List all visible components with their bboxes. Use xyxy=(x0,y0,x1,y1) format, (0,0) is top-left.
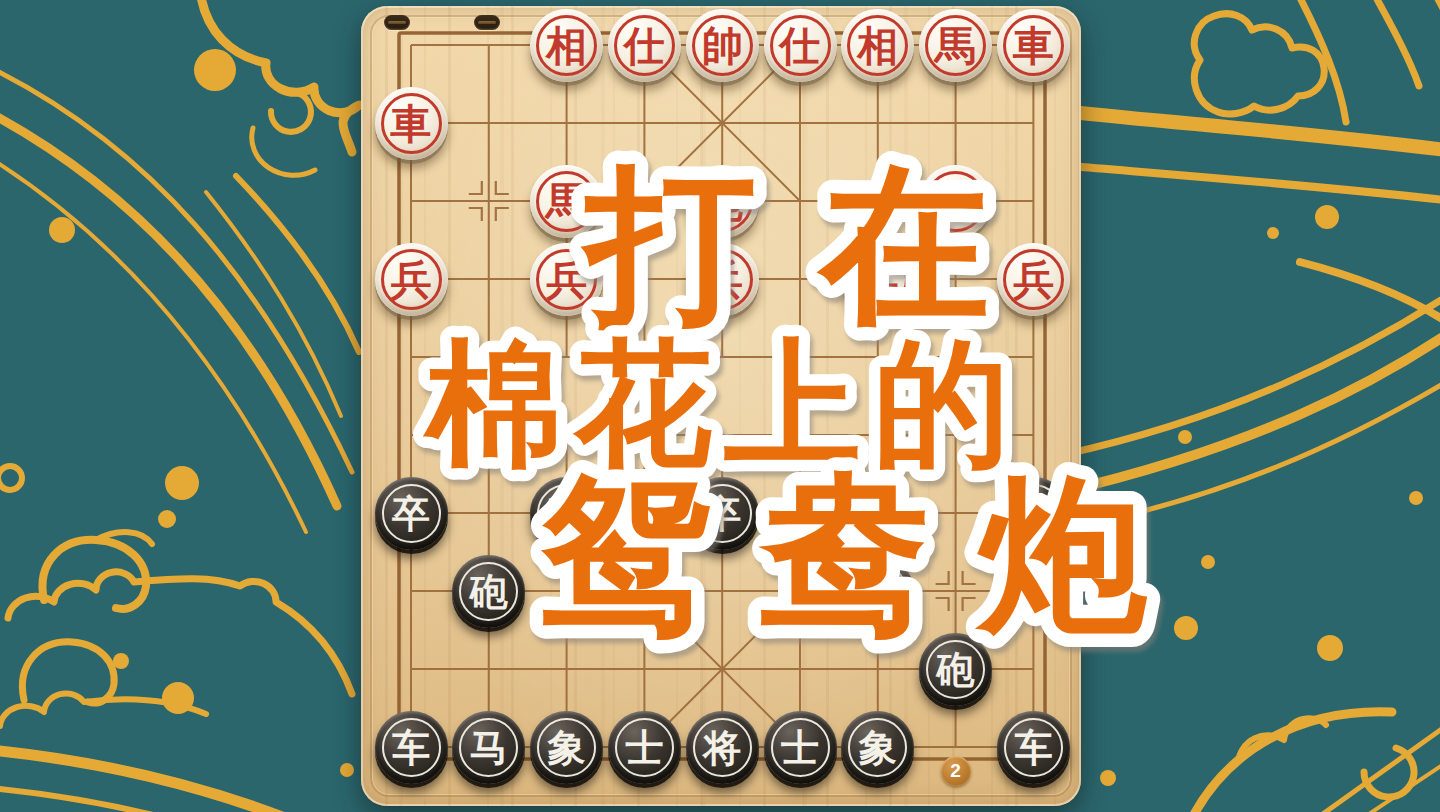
piece-red-elephant[interactable]: 相 xyxy=(530,9,603,82)
piece-character: 兵 xyxy=(391,260,432,301)
piece-character: 卒 xyxy=(1014,495,1052,533)
piece-character: 炮 xyxy=(935,182,976,223)
piece-character: 士 xyxy=(781,729,819,767)
piece-red-horse[interactable]: 馬 xyxy=(919,9,992,82)
last-move-marker: 2 xyxy=(941,756,971,786)
piece-black-horse[interactable]: 马 xyxy=(452,711,525,784)
piece-character: 车 xyxy=(1014,729,1052,767)
piece-black-advisor[interactable]: 士 xyxy=(764,711,837,784)
piece-character: 马 xyxy=(859,573,897,611)
piece-black-elephant[interactable]: 象 xyxy=(530,711,603,784)
piece-red-advisor[interactable]: 仕 xyxy=(608,9,681,82)
piece-character: 将 xyxy=(703,729,741,767)
screw-icon xyxy=(384,15,410,30)
piece-character: 士 xyxy=(625,729,663,767)
piece-character: 兵 xyxy=(702,260,743,301)
piece-black-advisor[interactable]: 士 xyxy=(608,711,681,784)
piece-red-soldier[interactable]: 兵 xyxy=(997,243,1070,316)
piece-red-general[interactable]: 帥 xyxy=(686,9,759,82)
piece-red-advisor[interactable]: 仕 xyxy=(764,9,837,82)
piece-black-soldier[interactable]: 卒 xyxy=(997,477,1070,550)
piece-black-general[interactable]: 将 xyxy=(686,711,759,784)
piece-character: 卒 xyxy=(859,495,897,533)
piece-character: 仕 xyxy=(624,26,665,67)
piece-character: 砲 xyxy=(937,651,975,689)
piece-character: 砲 xyxy=(470,573,508,611)
piece-red-soldier[interactable]: 兵 xyxy=(530,243,603,316)
piece-character: 仕 xyxy=(780,26,821,67)
piece-red-soldier[interactable]: 兵 xyxy=(375,243,448,316)
piece-red-horse[interactable]: 馬 xyxy=(530,165,603,238)
piece-character: 相 xyxy=(857,26,898,67)
piece-character: 象 xyxy=(548,729,586,767)
piece-character: 马 xyxy=(470,729,508,767)
piece-black-soldier[interactable]: 卒 xyxy=(530,477,603,550)
piece-black-chariot[interactable]: 车 xyxy=(375,711,448,784)
piece-character: 馬 xyxy=(546,182,587,223)
piece-red-soldier[interactable]: 兵 xyxy=(841,243,914,316)
piece-red-cannon[interactable]: 炮 xyxy=(919,165,992,238)
piece-red-elephant[interactable]: 相 xyxy=(841,9,914,82)
piece-black-elephant[interactable]: 象 xyxy=(841,711,914,784)
piece-character: 兵 xyxy=(546,260,587,301)
piece-character: 卒 xyxy=(703,495,741,533)
piece-black-soldier[interactable]: 卒 xyxy=(841,477,914,550)
piece-red-chariot[interactable]: 車 xyxy=(997,9,1070,82)
piece-character: 兵 xyxy=(857,260,898,301)
piece-black-cannon[interactable]: 砲 xyxy=(452,555,525,628)
piece-red-soldier[interactable]: 兵 xyxy=(686,243,759,316)
piece-black-soldier[interactable]: 卒 xyxy=(375,477,448,550)
piece-black-horse[interactable]: 马 xyxy=(841,555,914,628)
piece-black-cannon[interactable]: 砲 xyxy=(919,633,992,706)
piece-black-soldier[interactable]: 卒 xyxy=(686,477,759,550)
piece-character: 车 xyxy=(392,729,430,767)
piece-red-chariot[interactable]: 車 xyxy=(375,87,448,160)
piece-character: 帥 xyxy=(702,26,743,67)
piece-character: 卒 xyxy=(392,495,430,533)
piece-character: 卒 xyxy=(548,495,586,533)
screw-icon xyxy=(474,15,500,30)
piece-character: 炮 xyxy=(702,182,743,223)
piece-character: 象 xyxy=(859,729,897,767)
piece-character: 車 xyxy=(1013,26,1054,67)
piece-character: 兵 xyxy=(1013,260,1054,301)
piece-black-chariot[interactable]: 车 xyxy=(997,711,1070,784)
xiangqi-board[interactable]: 2 相仕帥仕相馬車車馬炮炮兵兵兵兵兵卒卒卒卒卒砲马砲车马象士将士象车 xyxy=(361,6,1081,806)
piece-red-cannon[interactable]: 炮 xyxy=(686,165,759,238)
piece-character: 車 xyxy=(391,104,432,145)
piece-character: 相 xyxy=(546,26,587,67)
piece-character: 馬 xyxy=(935,26,976,67)
